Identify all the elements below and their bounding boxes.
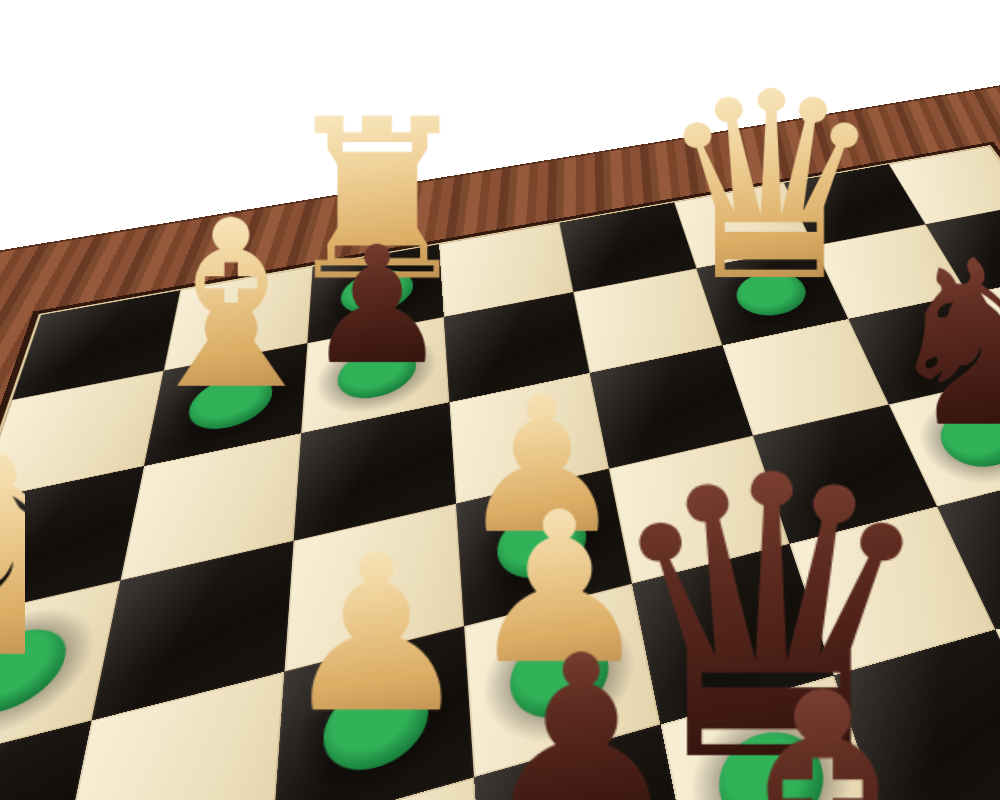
board-frame: ♜♝♟♛♞♟♞♝♟♟♟♛♞♝ xyxy=(0,78,1000,800)
black-knight-glyph: ♞ xyxy=(43,774,707,800)
chess-board: ♜♝♟♛♞♟♞♝♟♟♟♛♞♝ xyxy=(0,146,1000,800)
product-photo: ♜♝♟♛♞♟♞♝♟♟♟♛♞♝ xyxy=(0,0,1000,800)
